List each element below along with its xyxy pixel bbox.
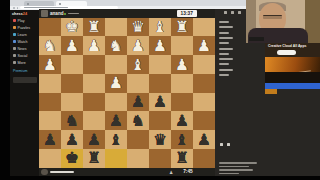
sidebar-item-learn[interactable]: Learn: [13, 33, 27, 38]
square-h1[interactable]: [39, 18, 61, 37]
square-b7[interactable]: ♝: [171, 130, 193, 149]
square-f6[interactable]: [83, 111, 105, 130]
square-d7[interactable]: [127, 130, 149, 149]
square-d3[interactable]: ♝: [127, 55, 149, 74]
square-d6[interactable]: ♞: [127, 111, 149, 130]
square-e1[interactable]: [105, 18, 127, 37]
square-f2[interactable]: ♟: [83, 36, 105, 55]
piece-white-king: ♚: [65, 19, 79, 35]
sidebar-item-puzzles[interactable]: Puzzles: [13, 26, 30, 31]
move-list-row[interactable]: [219, 58, 233, 60]
piece-black-rook: ♜: [87, 150, 101, 166]
ad-overlay[interactable]: Creative Cloud All Apps: [265, 43, 320, 89]
square-b8[interactable]: ♜: [171, 149, 193, 168]
square-d5[interactable]: ♟: [127, 93, 149, 112]
square-e5[interactable]: [105, 93, 127, 112]
top-player-avatar[interactable]: [41, 10, 48, 17]
sidebar-item-watch[interactable]: Watch: [13, 40, 28, 45]
panel-download-icon[interactable]: [227, 143, 230, 146]
social-icon: [13, 54, 16, 57]
news-icon: [13, 47, 16, 50]
square-c1[interactable]: ♝: [149, 18, 171, 37]
square-e2[interactable]: ♞: [105, 36, 127, 55]
move-list-row[interactable]: [219, 26, 233, 28]
square-h8[interactable]: [39, 149, 61, 168]
square-a8[interactable]: [193, 149, 215, 168]
sidebar-item-label: Social: [18, 54, 28, 58]
square-b5[interactable]: [171, 93, 193, 112]
square-h2[interactable]: ♞: [39, 36, 61, 55]
square-h5[interactable]: [39, 93, 61, 112]
game-info-line: [219, 162, 257, 164]
piece-white-pawn: ♟: [65, 38, 79, 54]
square-c4[interactable]: [149, 74, 171, 93]
square-g8[interactable]: ♚: [61, 149, 83, 168]
sidebar-item-label: Play: [18, 19, 25, 23]
piece-white-pawn: ♟: [175, 57, 189, 73]
square-e4[interactable]: ♟: [105, 74, 127, 93]
site-logo[interactable]: chess24: [12, 12, 27, 16]
square-g3[interactable]: [61, 55, 83, 74]
square-g6[interactable]: ♞: [61, 111, 83, 130]
square-f8[interactable]: ♜: [83, 149, 105, 168]
move-list-row[interactable]: [219, 69, 233, 71]
letterbox-left: [0, 0, 10, 180]
piece-black-knight: ♞: [131, 113, 145, 129]
piece-black-pawn: ♟: [131, 94, 145, 110]
square-d2[interactable]: ♟: [127, 36, 149, 55]
tab-favicon: [59, 3, 61, 5]
square-h4[interactable]: [39, 74, 61, 93]
piece-white-pawn: ♟: [131, 38, 145, 54]
sidebar-item-label: Puzzles: [18, 26, 31, 30]
sidebar-search-input[interactable]: [13, 77, 37, 83]
square-c3[interactable]: [149, 55, 171, 74]
sidebar-item-news[interactable]: News: [13, 47, 27, 52]
square-c8[interactable]: [149, 149, 171, 168]
piece-black-king: ♚: [65, 150, 79, 166]
square-f5[interactable]: [83, 93, 105, 112]
piece-white-knight: ♞: [43, 38, 57, 54]
sidebar-item-label: News: [18, 47, 27, 51]
piece-black-bishop: ♝: [175, 132, 189, 148]
move-list-row[interactable]: [219, 32, 229, 34]
square-h7[interactable]: ♟: [39, 130, 61, 149]
piece-white-pawn: ♟: [109, 75, 123, 91]
piece-white-rook: ♜: [87, 19, 101, 35]
sidebar-item-play[interactable]: Play: [13, 19, 25, 24]
square-b6[interactable]: ♟: [171, 111, 193, 130]
piece-black-queen: ♛: [153, 132, 167, 148]
piece-white-pawn: ♟: [43, 57, 57, 73]
square-e6[interactable]: ♟: [105, 111, 127, 130]
square-g4[interactable]: [61, 74, 83, 93]
square-a7[interactable]: ♟: [193, 130, 215, 149]
square-f4[interactable]: [83, 74, 105, 93]
move-list-row[interactable]: [219, 48, 233, 50]
piece-black-knight: ♞: [65, 113, 79, 129]
move-list-row[interactable]: [219, 21, 229, 23]
tab-favicon: [27, 3, 29, 5]
puzzles-icon: [13, 26, 16, 29]
sidebar-item-premium[interactable]: Premium: [13, 69, 27, 74]
piece-white-queen: ♛: [131, 19, 145, 35]
ad-product-image: [265, 57, 320, 72]
square-a1[interactable]: [193, 18, 215, 37]
square-e3[interactable]: [105, 55, 127, 74]
square-a3[interactable]: [193, 55, 215, 74]
back-icon[interactable]: [13, 7, 15, 9]
play-icon: [13, 19, 16, 22]
square-d4[interactable]: [127, 74, 149, 93]
square-g5[interactable]: [61, 93, 83, 112]
piece-black-pawn: ♟: [175, 113, 189, 129]
square-g7[interactable]: ♟: [61, 130, 83, 149]
piece-black-pawn: ♟: [43, 132, 57, 148]
pawn-icon: ♟: [169, 170, 173, 175]
panel-flag-icon[interactable]: [220, 143, 223, 146]
square-c7[interactable]: ♛: [149, 130, 171, 149]
square-c5[interactable]: ♟: [149, 93, 171, 112]
watch-icon: [13, 40, 16, 43]
square-c6[interactable]: [149, 111, 171, 130]
sidebar-item-social[interactable]: Social: [13, 54, 27, 59]
ad-corner-fragment: [265, 89, 277, 94]
piece-black-bishop: ♝: [109, 132, 123, 148]
piece-black-rook: ♜: [175, 150, 189, 166]
square-f7[interactable]: ♟: [83, 130, 105, 149]
sidebar-item-label: Learn: [18, 33, 27, 37]
move-list-row[interactable]: [219, 74, 229, 76]
panel-flip-icon[interactable]: [231, 11, 234, 14]
square-e8[interactable]: [105, 149, 127, 168]
piece-white-bishop: ♝: [153, 19, 167, 35]
sidebar-item-label: More: [18, 61, 26, 65]
square-a2[interactable]: ♟: [193, 36, 215, 55]
move-list-row[interactable]: [219, 53, 229, 55]
piece-black-pawn: ♟: [65, 132, 79, 148]
square-a6[interactable]: [193, 111, 215, 130]
sidebar-item-label: Watch: [18, 40, 28, 44]
move-list-row[interactable]: [219, 37, 233, 39]
square-f1[interactable]: ♜: [83, 18, 105, 37]
square-b2[interactable]: [171, 36, 193, 55]
square-a4[interactable]: [193, 74, 215, 93]
square-a5[interactable]: [193, 93, 215, 112]
webcam-name-tag: [249, 37, 264, 42]
panel-settings-icon[interactable]: [224, 11, 227, 14]
top-player-name[interactable]: anand: [50, 11, 64, 17]
piece-black-pawn: ♟: [197, 132, 211, 148]
square-e7[interactable]: ♝: [105, 130, 127, 149]
piece-black-pawn: ♟: [109, 113, 123, 129]
more-icon: [13, 61, 16, 64]
square-h3[interactable]: ♟: [39, 55, 61, 74]
piece-white-pawn: ♟: [197, 38, 211, 54]
piece-black-pawn: ♟: [87, 132, 101, 148]
ad-heading: Creative Cloud All Apps: [268, 45, 318, 49]
piece-white-rook: ♜: [175, 19, 189, 35]
square-g1[interactable]: ♚: [61, 18, 83, 37]
square-c2[interactable]: ♟: [149, 36, 171, 55]
square-b1[interactable]: ♜: [171, 18, 193, 37]
piece-white-knight: ♞: [109, 38, 123, 54]
video-frame: chess24 PlayPuzzlesLearnWatchNewsSocialM…: [0, 0, 320, 180]
sidebar-item-more[interactable]: More: [13, 61, 26, 66]
square-b4[interactable]: [171, 74, 193, 93]
square-f3[interactable]: [83, 55, 105, 74]
square-d8[interactable]: [127, 149, 149, 168]
piece-white-pawn: ♟: [87, 38, 101, 54]
square-g2[interactable]: ♟: [61, 36, 83, 55]
black-clock: 7:45: [178, 169, 198, 176]
white-clock: 13:37: [177, 10, 197, 17]
learn-icon: [13, 33, 16, 36]
panel-share-icon[interactable]: [238, 11, 241, 14]
letterbox-bottom: [0, 176, 320, 180]
square-d1[interactable]: ♛: [127, 18, 149, 37]
piece-white-bishop: ♝: [131, 57, 145, 73]
game-info-line: [219, 169, 253, 171]
move-list-row[interactable]: [219, 42, 229, 44]
square-h6[interactable]: [39, 111, 61, 130]
square-b3[interactable]: ♟: [171, 55, 193, 74]
bottom-player-avatar[interactable]: [41, 169, 48, 176]
ad-laptop-image: [265, 72, 320, 83]
piece-black-pawn: ♟: [153, 94, 167, 110]
ad-join-button[interactable]: [277, 50, 296, 55]
online-status-dot: [64, 13, 66, 15]
streamer-glasses: [263, 15, 282, 19]
chess-board[interactable]: ♚♜♛♝♜♞♟♟♞♟♟♟♟♝♟♟♟♟♞♟♞♟♟♟♟♝♛♝♟♚♜♜: [39, 18, 215, 168]
piece-white-pawn: ♟: [153, 38, 167, 54]
